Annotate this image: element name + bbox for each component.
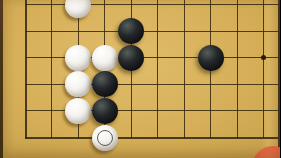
black-stone-D3[interactable] [92,71,118,97]
go-board[interactable] [0,0,280,158]
grid-line-horizontal-1 [25,4,281,5]
grid-line-horizontal-3 [25,57,281,58]
grid-line-vertical-2 [51,0,52,139]
grid-line-horizontal-6 [25,137,281,139]
grid-line-vertical-6 [157,0,158,139]
grid-line-horizontal-4 [25,84,281,85]
white-stone-D1[interactable] [92,125,118,151]
grid-line-horizontal-5 [25,110,281,111]
last-move-marker [97,130,113,146]
grid-line-vertical-9 [237,0,238,139]
black-stone-E5[interactable] [118,18,144,44]
white-stone-C2[interactable] [65,98,91,124]
white-stone-D4[interactable] [92,45,118,71]
white-stone-C4[interactable] [65,45,91,71]
grid-line-vertical-7 [184,0,185,139]
white-stone-C3[interactable] [65,71,91,97]
star-point-K4 [261,55,266,60]
grid-line-vertical-10 [263,0,264,139]
black-stone-D2[interactable] [92,98,118,124]
grid-line-horizontal-2 [25,31,281,32]
photo-right-edge [278,0,280,158]
black-stone-H4[interactable] [198,45,224,71]
photo-left-edge [0,0,3,158]
black-stone-E4[interactable] [118,45,144,71]
white-stone-C6[interactable] [65,0,91,18]
go-app-screenshot [0,0,280,158]
grid-line-vertical-1 [25,0,27,139]
